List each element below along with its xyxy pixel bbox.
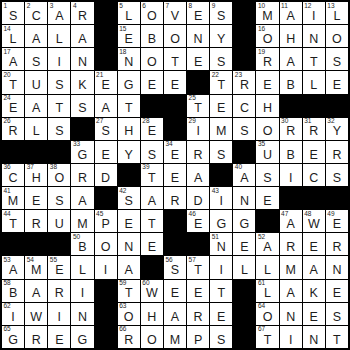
grid-cell[interactable]: L [256, 256, 278, 278]
grid-cell[interactable]: S [210, 326, 232, 348]
grid-cell[interactable]: E [187, 48, 209, 70]
grid-cell[interactable]: 25T [187, 95, 209, 117]
grid-cell[interactable]: B [280, 141, 302, 163]
grid-cell[interactable]: S [326, 48, 348, 70]
clue-number: 28 [142, 118, 149, 125]
grid-cell[interactable]: I [280, 164, 302, 186]
grid-cell[interactable]: N [118, 233, 140, 255]
clue-number: 34 [165, 141, 172, 148]
cell-letter: O [147, 50, 157, 69]
grid-cell[interactable]: S [48, 71, 70, 93]
grid-cell[interactable]: M [210, 118, 232, 140]
grid-cell[interactable]: 48W [303, 210, 325, 232]
grid-cell[interactable]: R [326, 233, 348, 255]
clue-number: 37 [27, 164, 34, 171]
grid-cell[interactable]: H [256, 95, 278, 117]
grid-cell[interactable]: S [71, 95, 93, 117]
clue-number: 49 [327, 211, 334, 218]
grid-cell[interactable]: 60W [141, 280, 163, 302]
grid-cell[interactable]: 27S [95, 118, 117, 140]
grid-cell[interactable]: E [326, 71, 348, 93]
grid-cell[interactable]: L [25, 118, 47, 140]
grid-cell[interactable]: 35U [256, 141, 278, 163]
black-cell [95, 303, 117, 325]
clue-number: 7 [165, 3, 169, 10]
grid-cell[interactable]: U [25, 71, 47, 93]
grid-cell[interactable]: 29I [187, 118, 209, 140]
grid-cell[interactable]: A [164, 303, 186, 325]
grid-cell[interactable]: G [210, 210, 232, 232]
cell-letter: H [147, 305, 156, 324]
black-cell [95, 2, 117, 24]
grid-cell[interactable]: 20T [2, 71, 24, 93]
clue-number: 27 [96, 118, 103, 125]
cell-letter: L [310, 73, 317, 92]
grid-cell[interactable]: 66R [118, 326, 140, 348]
cell-letter: A [32, 281, 40, 300]
clue-number: 2 [27, 3, 31, 10]
grid-cell[interactable]: 62I [2, 303, 24, 325]
grid-cell[interactable]: T [303, 48, 325, 70]
clue-number: 20 [4, 72, 11, 79]
grid-cell[interactable]: 53A [2, 256, 24, 278]
black-cell [187, 71, 209, 93]
grid-cell[interactable]: 65G [2, 326, 24, 348]
grid-cell[interactable]: 55E [48, 256, 70, 278]
grid-cell[interactable]: N [187, 25, 209, 47]
cell-letter: A [78, 189, 86, 208]
cell-letter: E [171, 73, 179, 92]
black-cell [280, 95, 302, 117]
cell-letter: I [104, 258, 107, 277]
black-cell [141, 256, 163, 278]
grid-cell[interactable]: 6O [141, 2, 163, 24]
cell-letter: S [333, 50, 341, 69]
black-cell [164, 210, 186, 232]
grid-cell[interactable]: G [233, 210, 255, 232]
grid-cell[interactable]: N [233, 187, 255, 209]
grid-cell[interactable]: E [25, 187, 47, 209]
grid-cell[interactable]: E [256, 71, 278, 93]
cell-letter: E [194, 4, 202, 23]
grid-cell[interactable]: A [280, 48, 302, 70]
grid-cell[interactable]: S [48, 118, 70, 140]
grid-cell[interactable]: 15E [118, 25, 140, 47]
black-cell [303, 95, 325, 117]
grid-cell[interactable]: H [280, 25, 302, 47]
cell-letter: L [241, 258, 248, 277]
grid-cell[interactable]: O [164, 25, 186, 47]
cell-letter: T [148, 212, 156, 231]
black-cell [326, 187, 348, 209]
cell-letter: E [310, 143, 318, 162]
grid-cell[interactable]: E [141, 233, 163, 255]
black-cell [95, 25, 117, 47]
cell-letter: E [171, 281, 179, 300]
grid-cell[interactable]: 1S [2, 2, 24, 24]
grid-cell[interactable]: 42S [118, 187, 140, 209]
cell-letter: D [194, 189, 203, 208]
cell-letter: I [220, 258, 223, 277]
cell-letter: E [194, 281, 202, 300]
grid-cell[interactable]: L [233, 256, 255, 278]
grid-cell[interactable]: T [210, 280, 232, 302]
grid-cell[interactable]: N [71, 303, 93, 325]
grid-cell[interactable]: 54M [25, 256, 47, 278]
cell-letter: M [170, 328, 180, 347]
cell-letter: I [289, 328, 292, 347]
grid-cell[interactable]: O [326, 25, 348, 47]
cell-letter: A [101, 96, 109, 115]
grid-cell[interactable]: 37H [25, 164, 47, 186]
grid-cell[interactable]: H [118, 118, 140, 140]
cell-letter: I [220, 189, 223, 208]
grid-cell[interactable]: 7V [164, 2, 186, 24]
cell-letter: S [333, 305, 341, 324]
grid-cell[interactable]: N [71, 48, 93, 70]
grid-cell[interactable]: E [118, 210, 140, 232]
grid-cell[interactable]: I [280, 326, 302, 348]
grid-cell[interactable]: I [48, 48, 70, 70]
grid-cell[interactable]: R [25, 326, 47, 348]
grid-cell[interactable]: S [256, 164, 278, 186]
grid-cell[interactable]: T [48, 95, 70, 117]
black-cell [233, 141, 255, 163]
cell-letter: M [216, 119, 226, 138]
grid-cell[interactable]: T [164, 48, 186, 70]
clue-number: 52 [258, 234, 265, 241]
grid-cell[interactable]: C [233, 95, 255, 117]
cell-letter: B [148, 27, 156, 46]
cell-letter: G [216, 212, 226, 231]
cell-letter: R [286, 235, 295, 254]
cell-letter: R [78, 4, 87, 23]
grid-cell[interactable]: O [141, 326, 163, 348]
cell-letter: E [310, 235, 318, 254]
grid-cell[interactable]: 32Y [326, 118, 348, 140]
grid-cell[interactable]: E [48, 326, 70, 348]
cell-letter: I [196, 119, 199, 138]
grid-cell[interactable]: 21E [95, 71, 117, 93]
grid-cell[interactable]: M [280, 256, 302, 278]
grid-cell[interactable]: 13L [326, 2, 348, 24]
cell-letter: O [332, 27, 342, 46]
grid-cell[interactable]: T [326, 326, 348, 348]
grid-cell[interactable]: S [326, 303, 348, 325]
grid-cell[interactable]: 26R [2, 118, 24, 140]
grid-cell[interactable]: S [233, 118, 255, 140]
grid-cell[interactable]: 28E [141, 118, 163, 140]
grid-cell[interactable]: B [141, 25, 163, 47]
grid-cell[interactable]: L [48, 25, 70, 47]
cell-letter: O [147, 328, 157, 347]
grid-cell[interactable]: E [164, 280, 186, 302]
clue-number: 60 [142, 280, 149, 287]
cell-letter: S [9, 4, 17, 23]
cell-letter: N [194, 27, 203, 46]
grid-cell[interactable]: 31R [303, 118, 325, 140]
grid-cell[interactable]: A [280, 280, 302, 302]
grid-cell[interactable]: R [187, 141, 209, 163]
grid-cell[interactable]: 23R [233, 71, 255, 93]
cell-letter: L [264, 258, 271, 277]
cell-letter: R [332, 235, 341, 254]
grid-cell[interactable]: 52A [256, 233, 278, 255]
grid-cell[interactable]: O [95, 233, 117, 255]
grid-cell[interactable]: 44T [2, 210, 24, 232]
grid-cell[interactable]: E [95, 141, 117, 163]
cell-letter: G [240, 212, 250, 231]
cell-letter: S [78, 96, 86, 115]
grid-cell[interactable]: 3A [48, 2, 70, 24]
grid-cell[interactable]: U [48, 210, 70, 232]
grid-cell[interactable]: E [326, 280, 348, 302]
grid-cell[interactable]: R [280, 233, 302, 255]
cell-letter: E [240, 235, 248, 254]
grid-cell[interactable]: 46E [187, 210, 209, 232]
grid-cell[interactable]: 18N [118, 48, 140, 70]
grid-cell[interactable]: E [164, 164, 186, 186]
cell-letter: A [148, 189, 156, 208]
grid-cell[interactable]: 16O [256, 25, 278, 47]
grid-cell[interactable]: 19R [256, 48, 278, 70]
clue-number: 30 [281, 118, 288, 125]
grid-cell[interactable]: H [141, 303, 163, 325]
grid-cell[interactable]: 11A [280, 2, 302, 24]
grid-cell[interactable]: E [256, 187, 278, 209]
clue-number: 38 [50, 164, 57, 171]
clue-number: 17 [4, 49, 11, 56]
grid-cell[interactable]: L [71, 256, 93, 278]
grid-cell[interactable]: 63O [118, 303, 140, 325]
grid-cell[interactable]: R [187, 303, 209, 325]
cell-letter: E [263, 73, 271, 92]
clue-number: 54 [27, 257, 34, 264]
grid-cell[interactable]: G [71, 326, 93, 348]
clue-number: 58 [4, 280, 11, 287]
grid-cell[interactable]: S [25, 48, 47, 70]
grid-cell[interactable]: I [95, 256, 117, 278]
black-cell [233, 326, 255, 348]
cell-letter: R [55, 281, 64, 300]
grid-cell[interactable]: D [187, 187, 209, 209]
grid-cell[interactable]: L [303, 71, 325, 93]
cell-letter: R [78, 166, 87, 185]
grid-cell[interactable]: 43I [210, 187, 232, 209]
grid-cell[interactable]: 38O [48, 164, 70, 186]
grid-cell[interactable]: N [280, 303, 302, 325]
grid-cell[interactable]: 9S [210, 2, 232, 24]
grid-cell[interactable]: 36C [2, 164, 24, 186]
grid-cell[interactable]: 47A [280, 210, 302, 232]
cell-letter: H [124, 119, 133, 138]
black-cell [95, 48, 117, 70]
cell-letter: R [332, 143, 341, 162]
cell-letter: L [33, 119, 40, 138]
cell-letter: T [171, 50, 179, 69]
grid-cell[interactable]: E [164, 71, 186, 93]
grid-cell[interactable]: 56S [164, 256, 186, 278]
grid-cell[interactable]: E [303, 141, 325, 163]
grid-cell[interactable]: A [187, 164, 209, 186]
grid-cell[interactable]: 17A [2, 48, 24, 70]
grid-cell[interactable]: A [303, 256, 325, 278]
cell-letter: S [217, 50, 225, 69]
clue-number: 41 [4, 188, 11, 195]
grid-cell[interactable]: S [210, 141, 232, 163]
grid-cell[interactable]: A [71, 187, 93, 209]
grid-cell[interactable]: R [164, 187, 186, 209]
cell-letter: S [263, 166, 271, 185]
grid-cell[interactable]: 57T [187, 256, 209, 278]
grid-cell[interactable]: Y [210, 25, 232, 47]
cell-letter: A [32, 96, 40, 115]
cell-letter: A [32, 27, 40, 46]
black-cell [2, 233, 24, 255]
cell-letter: E [125, 212, 133, 231]
clue-number: 3 [50, 3, 54, 10]
cell-letter: S [55, 73, 63, 92]
grid-cell[interactable]: 41M [2, 187, 24, 209]
cell-letter: S [32, 50, 40, 69]
grid-cell[interactable]: P [187, 326, 209, 348]
grid-cell[interactable]: W [25, 303, 47, 325]
grid-cell[interactable]: A [95, 95, 117, 117]
grid-cell[interactable]: 24E [2, 95, 24, 117]
grid-cell[interactable]: 64O [256, 303, 278, 325]
cell-letter: C [309, 166, 318, 185]
grid-cell[interactable]: N [326, 256, 348, 278]
grid-cell[interactable]: 34E [164, 141, 186, 163]
grid-cell[interactable]: 40A [233, 164, 255, 186]
grid-cell[interactable]: E [210, 95, 232, 117]
clue-number: 6 [142, 3, 146, 10]
cell-letter: D [101, 166, 110, 185]
grid-cell[interactable]: A [118, 256, 140, 278]
black-cell [233, 280, 255, 302]
grid-cell[interactable]: 45P [95, 210, 117, 232]
grid-cell[interactable]: K [303, 280, 325, 302]
cell-letter: G [78, 328, 88, 347]
grid-cell[interactable]: O [256, 118, 278, 140]
grid-cell[interactable]: D [95, 164, 117, 186]
grid-cell[interactable]: T [141, 210, 163, 232]
grid-cell[interactable]: A [141, 187, 163, 209]
grid-cell[interactable]: S [210, 48, 232, 70]
cell-letter: Y [125, 143, 133, 162]
grid-cell[interactable]: A [25, 95, 47, 117]
grid-cell[interactable]: E [187, 280, 209, 302]
grid-cell[interactable]: R [326, 141, 348, 163]
grid-cell[interactable]: S [48, 187, 70, 209]
grid-cell[interactable]: R [71, 164, 93, 186]
grid-cell[interactable]: A [71, 25, 93, 47]
grid-cell[interactable]: 30R [280, 118, 302, 140]
grid-cell[interactable]: 14L [2, 25, 24, 47]
grid-cell[interactable]: S [141, 141, 163, 163]
grid-cell[interactable]: 2C [25, 2, 47, 24]
cell-letter: U [55, 212, 64, 231]
grid-cell[interactable]: 67T [256, 326, 278, 348]
cell-letter: U [32, 73, 41, 92]
grid-cell[interactable]: N [303, 326, 325, 348]
grid-cell[interactable]: E [141, 71, 163, 93]
grid-cell[interactable]: M [164, 326, 186, 348]
grid-cell[interactable]: A [25, 25, 47, 47]
clue-number: 63 [119, 303, 126, 310]
cell-letter: L [56, 27, 63, 46]
grid-cell[interactable]: S [326, 164, 348, 186]
clue-number: 16 [258, 26, 265, 33]
cell-letter: N [78, 305, 87, 324]
grid-cell[interactable]: Y [118, 141, 140, 163]
grid-cell[interactable]: E [233, 233, 255, 255]
grid-cell[interactable]: 50B [71, 233, 93, 255]
clue-number: 57 [189, 257, 196, 264]
grid-cell[interactable]: E [303, 233, 325, 255]
grid-cell[interactable]: E [303, 303, 325, 325]
grid-cell[interactable]: C [303, 164, 325, 186]
grid-cell[interactable]: K [71, 71, 93, 93]
cell-letter: B [286, 143, 294, 162]
grid-cell[interactable]: 12I [303, 2, 325, 24]
grid-cell[interactable]: E [210, 303, 232, 325]
black-cell [95, 326, 117, 348]
grid-cell[interactable]: I [71, 280, 93, 302]
cell-letter: A [78, 27, 86, 46]
grid-cell[interactable]: R [25, 210, 47, 232]
black-cell [280, 187, 302, 209]
grid-cell[interactable]: R [48, 280, 70, 302]
grid-cell[interactable]: 5L [118, 2, 140, 24]
clue-number: 25 [189, 95, 196, 102]
grid-cell[interactable]: 8E [187, 2, 209, 24]
cell-letter: R [32, 212, 41, 231]
grid-cell[interactable]: A [25, 280, 47, 302]
clue-number: 32 [327, 118, 334, 125]
cell-letter: S [217, 328, 225, 347]
grid-cell[interactable]: 59T [118, 280, 140, 302]
black-cell [210, 164, 232, 186]
clue-number: 42 [119, 188, 126, 195]
cell-letter: A [286, 281, 294, 300]
clue-number: 21 [96, 72, 103, 79]
clue-number: 36 [4, 164, 11, 171]
grid-cell[interactable]: 49E [326, 210, 348, 232]
grid-cell[interactable]: O [141, 48, 163, 70]
grid-cell[interactable]: 22T [210, 71, 232, 93]
grid-cell[interactable]: 61L [256, 280, 278, 302]
grid-cell[interactable]: G [118, 71, 140, 93]
grid-cell[interactable]: T [118, 95, 140, 117]
cell-letter: K [310, 281, 318, 300]
cell-letter: C [240, 96, 249, 115]
grid-cell[interactable]: 33G [71, 141, 93, 163]
grid-cell[interactable]: 39T [141, 164, 163, 186]
grid-cell[interactable]: 58B [2, 280, 24, 302]
grid-cell[interactable]: I [210, 256, 232, 278]
grid-cell[interactable]: M [71, 210, 93, 232]
cell-letter: L [125, 4, 132, 23]
grid-cell[interactable]: I [48, 303, 70, 325]
grid-cell[interactable]: 10M [256, 2, 278, 24]
grid-cell[interactable]: N [303, 25, 325, 47]
cell-letter: R [170, 189, 179, 208]
grid-cell[interactable]: 51N [210, 233, 232, 255]
grid-cell[interactable]: 4R [71, 2, 93, 24]
grid-cell[interactable]: B [280, 71, 302, 93]
cell-letter: B [286, 73, 294, 92]
